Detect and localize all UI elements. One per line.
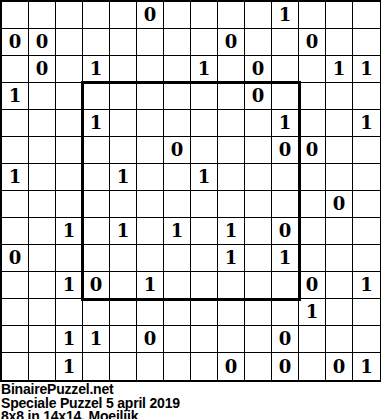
cell-r3c9[interactable]: 0: [245, 83, 272, 110]
cell-r5c3[interactable]: [83, 137, 110, 164]
cell-r11c9[interactable]: [245, 299, 272, 326]
cell-r4c12[interactable]: [326, 110, 353, 137]
cell-r5c12[interactable]: [326, 137, 353, 164]
cell-r1c4[interactable]: [110, 29, 137, 56]
cell-r10c5[interactable]: 1: [137, 272, 164, 299]
cell-r13c2[interactable]: 1: [56, 353, 83, 380]
cell-r6c0[interactable]: 1: [2, 164, 29, 191]
cell-r5c0[interactable]: [2, 137, 29, 164]
cell-r2c1[interactable]: 0: [29, 56, 56, 83]
cell-r3c8[interactable]: [218, 83, 245, 110]
cell-r2c12[interactable]: 1: [326, 56, 353, 83]
cell-r12c0[interactable]: [2, 326, 29, 353]
cell-r5c4[interactable]: [110, 137, 137, 164]
cell-r11c13[interactable]: [353, 299, 380, 326]
cell-r7c5[interactable]: [137, 191, 164, 218]
cell-r6c9[interactable]: [245, 164, 272, 191]
cell-r12c5[interactable]: 0: [137, 326, 164, 353]
cell-r9c2[interactable]: [56, 245, 83, 272]
cell-r4c5[interactable]: [137, 110, 164, 137]
cell-r0c10[interactable]: 1: [272, 2, 299, 29]
cell-r8c3[interactable]: [83, 218, 110, 245]
cell-r12c13[interactable]: [353, 326, 380, 353]
cell-r1c10[interactable]: [272, 29, 299, 56]
cell-r9c10[interactable]: 1: [272, 245, 299, 272]
cell-r9c13[interactable]: [353, 245, 380, 272]
cell-r6c1[interactable]: [29, 164, 56, 191]
cell-r9c3[interactable]: [83, 245, 110, 272]
cell-r10c12[interactable]: [326, 272, 353, 299]
cell-r10c4[interactable]: [110, 272, 137, 299]
cell-r8c5[interactable]: [137, 218, 164, 245]
cell-r2c10[interactable]: [272, 56, 299, 83]
cell-r7c10[interactable]: [272, 191, 299, 218]
cell-r8c4[interactable]: 1: [110, 218, 137, 245]
cell-r3c3[interactable]: [83, 83, 110, 110]
cell-r2c7[interactable]: 1: [191, 56, 218, 83]
cell-r1c13[interactable]: [353, 29, 380, 56]
cell-r12c3[interactable]: 1: [83, 326, 110, 353]
cell-r11c6[interactable]: [164, 299, 191, 326]
cell-r4c8[interactable]: [218, 110, 245, 137]
cell-r11c10[interactable]: [272, 299, 299, 326]
cell-r13c5[interactable]: [137, 353, 164, 380]
cell-r6c11[interactable]: [299, 164, 326, 191]
cell-r11c2[interactable]: [56, 299, 83, 326]
cell-r9c7[interactable]: [191, 245, 218, 272]
cell-r1c11[interactable]: 0: [299, 29, 326, 56]
cell-r0c0[interactable]: [2, 2, 29, 29]
cell-r3c12[interactable]: [326, 83, 353, 110]
cell-r0c8[interactable]: [218, 2, 245, 29]
cell-r9c11[interactable]: [299, 245, 326, 272]
cell-r2c4[interactable]: [110, 56, 137, 83]
cell-r11c12[interactable]: [326, 299, 353, 326]
cell-r9c4[interactable]: [110, 245, 137, 272]
cell-r4c2[interactable]: [56, 110, 83, 137]
cell-r11c7[interactable]: [191, 299, 218, 326]
cell-r0c9[interactable]: [245, 2, 272, 29]
cell-r5c5[interactable]: [137, 137, 164, 164]
cell-r5c13[interactable]: [353, 137, 380, 164]
cell-r6c13[interactable]: [353, 164, 380, 191]
cell-r1c12[interactable]: [326, 29, 353, 56]
cell-r3c5[interactable]: [137, 83, 164, 110]
cell-r12c4[interactable]: [110, 326, 137, 353]
cell-r4c4[interactable]: [110, 110, 137, 137]
cell-r0c12[interactable]: [326, 2, 353, 29]
cell-r13c8[interactable]: 0: [218, 353, 245, 380]
cell-r8c11[interactable]: [299, 218, 326, 245]
cell-r8c13[interactable]: [353, 218, 380, 245]
cell-r13c4[interactable]: [110, 353, 137, 380]
cell-r1c2[interactable]: [56, 29, 83, 56]
cell-r5c7[interactable]: [191, 137, 218, 164]
cell-r6c10[interactable]: [272, 164, 299, 191]
cell-r12c10[interactable]: 0: [272, 326, 299, 353]
cell-r13c11[interactable]: [299, 353, 326, 380]
cell-r1c8[interactable]: 0: [218, 29, 245, 56]
cell-r11c5[interactable]: [137, 299, 164, 326]
cell-r7c1[interactable]: [29, 191, 56, 218]
cell-r12c9[interactable]: [245, 326, 272, 353]
cell-r7c13[interactable]: [353, 191, 380, 218]
cell-r11c0[interactable]: [2, 299, 29, 326]
cell-r0c6[interactable]: [164, 2, 191, 29]
cell-r4c10[interactable]: 1: [272, 110, 299, 137]
cell-r0c5[interactable]: 0: [137, 2, 164, 29]
cell-r10c1[interactable]: [29, 272, 56, 299]
cell-r6c2[interactable]: [56, 164, 83, 191]
cell-r0c4[interactable]: [110, 2, 137, 29]
cell-r3c1[interactable]: [29, 83, 56, 110]
cell-r8c9[interactable]: [245, 218, 272, 245]
cell-r4c9[interactable]: [245, 110, 272, 137]
cell-r3c11[interactable]: [299, 83, 326, 110]
cell-r5c6[interactable]: 0: [164, 137, 191, 164]
cell-r4c0[interactable]: [2, 110, 29, 137]
cell-r10c11[interactable]: 0: [299, 272, 326, 299]
cell-r9c12[interactable]: [326, 245, 353, 272]
cell-r3c2[interactable]: [56, 83, 83, 110]
cell-r12c7[interactable]: [191, 326, 218, 353]
cell-r7c11[interactable]: [299, 191, 326, 218]
caption: BinairePuzzel.net Speciale Puzzel 5 apri…: [0, 382, 381, 419]
cell-r12c11[interactable]: [299, 326, 326, 353]
cell-r8c6[interactable]: 1: [164, 218, 191, 245]
cell-r0c2[interactable]: [56, 2, 83, 29]
puzzle-info: 8x8 in 14x14, Moeilijk: [1, 410, 381, 419]
cell-r12c1[interactable]: [29, 326, 56, 353]
cell-r7c7[interactable]: [191, 191, 218, 218]
cell-r4c13[interactable]: 1: [353, 110, 380, 137]
cell-r1c1[interactable]: 0: [29, 29, 56, 56]
cell-r0c11[interactable]: [299, 2, 326, 29]
cell-r5c8[interactable]: [218, 137, 245, 164]
cell-r10c3[interactable]: 0: [83, 272, 110, 299]
cell-r4c11[interactable]: [299, 110, 326, 137]
cell-r10c6[interactable]: [164, 272, 191, 299]
cell-r6c6[interactable]: [164, 164, 191, 191]
cell-r4c7[interactable]: [191, 110, 218, 137]
cell-r13c9[interactable]: [245, 353, 272, 380]
cell-r2c0[interactable]: [2, 56, 29, 83]
cell-r7c6[interactable]: [164, 191, 191, 218]
cell-r11c11[interactable]: 1: [299, 299, 326, 326]
cell-r12c2[interactable]: 1: [56, 326, 83, 353]
cell-r11c1[interactable]: [29, 299, 56, 326]
cell-r11c3[interactable]: [83, 299, 110, 326]
cell-r4c6[interactable]: [164, 110, 191, 137]
cell-r2c13[interactable]: 1: [353, 56, 380, 83]
binary-puzzle-board: 0100000110111011100011101111001110101111…: [0, 0, 381, 382]
cell-r2c3[interactable]: 1: [83, 56, 110, 83]
cell-r13c1[interactable]: [29, 353, 56, 380]
cell-r7c4[interactable]: [110, 191, 137, 218]
cell-r3c0[interactable]: 1: [2, 83, 29, 110]
cell-r3c4[interactable]: [110, 83, 137, 110]
cell-r6c12[interactable]: [326, 164, 353, 191]
cell-r8c8[interactable]: 1: [218, 218, 245, 245]
cell-r1c9[interactable]: [245, 29, 272, 56]
cell-r10c0[interactable]: [2, 272, 29, 299]
cell-r10c8[interactable]: [218, 272, 245, 299]
cell-r1c7[interactable]: [191, 29, 218, 56]
cell-r7c8[interactable]: [218, 191, 245, 218]
cell-r9c9[interactable]: [245, 245, 272, 272]
cell-r4c3[interactable]: 1: [83, 110, 110, 137]
cell-r5c10[interactable]: 0: [272, 137, 299, 164]
cell-r2c6[interactable]: [164, 56, 191, 83]
cell-r10c9[interactable]: [245, 272, 272, 299]
cell-r7c12[interactable]: 0: [326, 191, 353, 218]
cell-r2c9[interactable]: 0: [245, 56, 272, 83]
cell-r0c3[interactable]: [83, 2, 110, 29]
cell-r13c6[interactable]: [164, 353, 191, 380]
cell-r0c7[interactable]: [191, 2, 218, 29]
cell-r8c1[interactable]: [29, 218, 56, 245]
cell-r0c1[interactable]: [29, 2, 56, 29]
cell-r4c1[interactable]: [29, 110, 56, 137]
cell-r13c0[interactable]: [2, 353, 29, 380]
cell-r11c4[interactable]: [110, 299, 137, 326]
cell-r3c10[interactable]: [272, 83, 299, 110]
puzzle-page: 0100000110111011100011101111001110101111…: [0, 0, 381, 419]
cell-r10c10[interactable]: [272, 272, 299, 299]
cell-r5c1[interactable]: [29, 137, 56, 164]
cell-r13c12[interactable]: 0: [326, 353, 353, 380]
cell-r9c6[interactable]: [164, 245, 191, 272]
cell-r10c13[interactable]: 1: [353, 272, 380, 299]
puzzle-area: 0100000110111011100011101111001110101111…: [0, 0, 381, 382]
cell-r8c12[interactable]: [326, 218, 353, 245]
cell-r9c5[interactable]: [137, 245, 164, 272]
cell-r2c8[interactable]: [218, 56, 245, 83]
cell-r6c5[interactable]: [137, 164, 164, 191]
cell-r7c3[interactable]: [83, 191, 110, 218]
cell-r6c8[interactable]: [218, 164, 245, 191]
cell-r5c11[interactable]: 0: [299, 137, 326, 164]
cell-r8c2[interactable]: 1: [56, 218, 83, 245]
cell-r6c4[interactable]: 1: [110, 164, 137, 191]
cell-r10c2[interactable]: 1: [56, 272, 83, 299]
cell-r2c5[interactable]: [137, 56, 164, 83]
cell-r3c7[interactable]: [191, 83, 218, 110]
cell-r1c0[interactable]: 0: [2, 29, 29, 56]
cell-r7c2[interactable]: [56, 191, 83, 218]
cell-r2c2[interactable]: [56, 56, 83, 83]
cell-r9c8[interactable]: 1: [218, 245, 245, 272]
cell-r13c7[interactable]: [191, 353, 218, 380]
cell-r9c1[interactable]: [29, 245, 56, 272]
cell-r8c10[interactable]: 0: [272, 218, 299, 245]
cell-r8c7[interactable]: [191, 218, 218, 245]
cell-r3c6[interactable]: [164, 83, 191, 110]
cell-r7c9[interactable]: [245, 191, 272, 218]
cell-r5c9[interactable]: [245, 137, 272, 164]
cell-r13c3[interactable]: [83, 353, 110, 380]
cell-r1c5[interactable]: [137, 29, 164, 56]
cell-r6c3[interactable]: [83, 164, 110, 191]
cell-r9c0[interactable]: 0: [2, 245, 29, 272]
cell-r2c11[interactable]: [299, 56, 326, 83]
cell-r10c7[interactable]: [191, 272, 218, 299]
cell-r12c6[interactable]: [164, 326, 191, 353]
cell-r8c0[interactable]: [2, 218, 29, 245]
cell-r13c10[interactable]: 0: [272, 353, 299, 380]
cell-r13c13[interactable]: 1: [353, 353, 380, 380]
cell-r1c3[interactable]: [83, 29, 110, 56]
cell-r0c13[interactable]: [353, 2, 380, 29]
cell-r3c13[interactable]: [353, 83, 380, 110]
cell-r5c2[interactable]: [56, 137, 83, 164]
cell-r12c12[interactable]: [326, 326, 353, 353]
cell-r11c8[interactable]: [218, 299, 245, 326]
cell-r7c0[interactable]: [2, 191, 29, 218]
cell-r6c7[interactable]: 1: [191, 164, 218, 191]
cell-r1c6[interactable]: [164, 29, 191, 56]
cell-r12c8[interactable]: [218, 326, 245, 353]
